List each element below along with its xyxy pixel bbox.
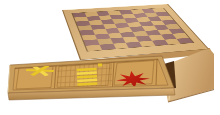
square — [78, 25, 93, 30]
chess-board — [71, 8, 194, 52]
yellow-square-motif — [98, 63, 102, 66]
square — [97, 38, 113, 44]
square — [144, 12, 158, 17]
square — [165, 24, 180, 29]
square — [132, 31, 148, 37]
square — [177, 38, 194, 44]
product-photo — [0, 0, 220, 115]
